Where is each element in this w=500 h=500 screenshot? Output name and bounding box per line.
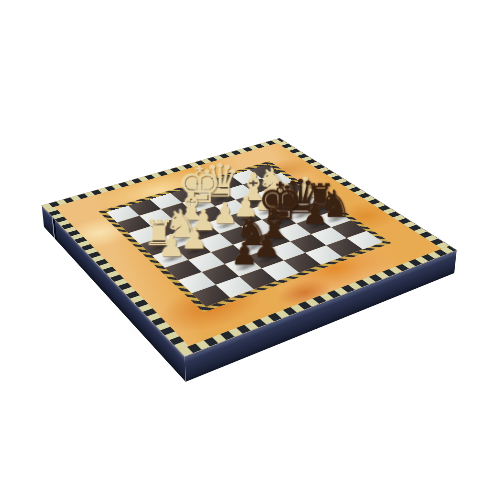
product-photo: ♛♚♞♝♝♟♟♟♟♟♟♞♜♜♛♚♟♟♞♟♝♞♟♟ [0,0,500,500]
black-pawn: ♟ [230,239,258,270]
black-pawn: ♟ [301,200,327,229]
white-pawn: ♟ [157,231,184,262]
chess-board: ♛♚♞♝♝♟♟♟♟♟♟♞♜♜♛♚♟♟♞♟♝♞♟♟ [42,138,457,356]
board-top: ♛♚♞♝♝♟♟♟♟♟♟♞♜♜♛♚♟♟♞♟♝♞♟♟ [42,138,457,356]
scene: ♛♚♞♝♝♟♟♟♟♟♟♞♜♜♛♚♟♟♞♟♝♞♟♟ [0,0,500,500]
